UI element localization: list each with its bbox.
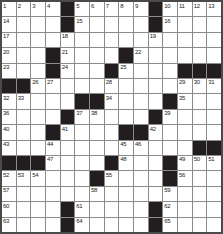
cell[interactable]: [207, 218, 221, 232]
cell[interactable]: 4: [46, 2, 60, 16]
cell[interactable]: [134, 33, 148, 47]
cell[interactable]: 41: [61, 125, 75, 139]
cell[interactable]: 52: [2, 171, 16, 185]
clue-number: 1: [3, 3, 6, 9]
cell[interactable]: [207, 48, 221, 62]
cell[interactable]: 63: [2, 218, 16, 232]
black-square: [61, 110, 75, 124]
cell[interactable]: [207, 202, 221, 216]
cell[interactable]: [134, 171, 148, 185]
cell[interactable]: [31, 141, 45, 155]
cell[interactable]: [119, 33, 133, 47]
black-square: [178, 64, 192, 78]
clue-number: 47: [47, 156, 53, 162]
clue-number: 20: [3, 49, 9, 55]
cell[interactable]: [134, 79, 148, 93]
cell[interactable]: [134, 94, 148, 108]
cell[interactable]: [61, 187, 75, 201]
cell[interactable]: 36: [2, 110, 16, 124]
cell[interactable]: [178, 110, 192, 124]
clue-number: 48: [120, 156, 126, 162]
cell[interactable]: [90, 79, 104, 93]
cell[interactable]: [119, 17, 133, 31]
black-square: [149, 2, 163, 16]
black-square: [149, 110, 163, 124]
cell[interactable]: 34: [105, 94, 119, 108]
cell[interactable]: [31, 64, 45, 78]
cell[interactable]: [105, 48, 119, 62]
cell[interactable]: [105, 110, 119, 124]
cell[interactable]: [61, 171, 75, 185]
cell[interactable]: [134, 64, 148, 78]
clue-number: 7: [106, 3, 109, 9]
cell[interactable]: [17, 141, 31, 155]
black-square: [105, 156, 119, 170]
clue-number: 43: [3, 141, 9, 147]
cell[interactable]: [61, 156, 75, 170]
cell[interactable]: [163, 125, 177, 139]
cell[interactable]: [31, 187, 45, 201]
black-square: [46, 48, 60, 62]
crossword-grid: 1234567891011121314151617181920212223242…: [0, 0, 223, 234]
clue-number: 18: [62, 33, 68, 39]
cell[interactable]: [17, 64, 31, 78]
clue-number: 39: [164, 110, 170, 116]
cell[interactable]: [119, 171, 133, 185]
black-square: [193, 141, 207, 155]
cell[interactable]: 33: [17, 94, 31, 108]
cell[interactable]: [119, 110, 133, 124]
cell[interactable]: [105, 202, 119, 216]
black-square: [17, 156, 31, 170]
black-square: [31, 156, 45, 170]
cell[interactable]: 7: [105, 2, 119, 16]
cell[interactable]: [193, 125, 207, 139]
cell[interactable]: [163, 79, 177, 93]
clue-number: 46: [135, 141, 141, 147]
cell[interactable]: 47: [46, 156, 60, 170]
clue-number: 25: [120, 64, 126, 70]
cell[interactable]: [46, 94, 60, 108]
cell[interactable]: 8: [119, 2, 133, 16]
cell[interactable]: 38: [90, 110, 104, 124]
clue-number: 36: [3, 110, 9, 116]
clue-number: 28: [106, 79, 112, 85]
clue-number: 22: [135, 49, 141, 55]
black-square: [207, 141, 221, 155]
cell[interactable]: [163, 141, 177, 155]
clue-number: 61: [76, 203, 82, 209]
clue-number: 62: [164, 203, 170, 209]
cell[interactable]: 54: [31, 171, 45, 185]
cell[interactable]: 46: [134, 141, 148, 155]
cell[interactable]: [46, 218, 60, 232]
clue-number: 6: [91, 3, 94, 9]
cell[interactable]: 56: [178, 171, 192, 185]
cell[interactable]: [17, 187, 31, 201]
cell[interactable]: 23: [2, 64, 16, 78]
cell[interactable]: [163, 48, 177, 62]
cell[interactable]: [193, 171, 207, 185]
cell[interactable]: [17, 218, 31, 232]
cell[interactable]: [31, 110, 45, 124]
cell[interactable]: [178, 33, 192, 47]
clue-number: 53: [18, 172, 24, 178]
cell[interactable]: [193, 17, 207, 31]
cell[interactable]: 12: [193, 2, 207, 16]
cell[interactable]: [119, 94, 133, 108]
cell[interactable]: 40: [2, 125, 16, 139]
black-square: [90, 94, 104, 108]
cell[interactable]: [46, 202, 60, 216]
cell[interactable]: 58: [90, 187, 104, 201]
cell[interactable]: [105, 141, 119, 155]
cell[interactable]: 17: [2, 33, 16, 47]
cell[interactable]: [61, 94, 75, 108]
cell[interactable]: [119, 202, 133, 216]
cell[interactable]: 49: [178, 156, 192, 170]
cell[interactable]: [207, 171, 221, 185]
cell[interactable]: [90, 17, 104, 31]
cell[interactable]: [31, 218, 45, 232]
cell[interactable]: [31, 33, 45, 47]
cell[interactable]: [178, 202, 192, 216]
black-square: [2, 79, 16, 93]
clue-number: 29: [179, 79, 185, 85]
clue-number: 31: [208, 79, 214, 85]
cell[interactable]: 61: [75, 202, 89, 216]
cell[interactable]: 42: [149, 125, 163, 139]
clue-number: 64: [76, 218, 82, 224]
clue-number: 12: [194, 3, 200, 9]
clue-number: 30: [194, 79, 200, 85]
cell[interactable]: 62: [163, 202, 177, 216]
cell[interactable]: [31, 48, 45, 62]
clue-number: 37: [76, 110, 82, 116]
cell[interactable]: [134, 187, 148, 201]
black-square: [163, 171, 177, 185]
cell[interactable]: 35: [178, 94, 192, 108]
clue-number: 40: [3, 126, 9, 132]
cell[interactable]: [61, 141, 75, 155]
cell[interactable]: [17, 33, 31, 47]
black-square: [75, 94, 89, 108]
cell[interactable]: [207, 125, 221, 139]
cell[interactable]: [134, 156, 148, 170]
cell[interactable]: [149, 94, 163, 108]
cell[interactable]: [178, 187, 192, 201]
cell[interactable]: [149, 79, 163, 93]
cell[interactable]: [90, 33, 104, 47]
cell[interactable]: 43: [2, 141, 16, 155]
clue-number: 13: [208, 3, 214, 9]
cell[interactable]: 2: [17, 2, 31, 16]
cell[interactable]: 10: [163, 2, 177, 16]
cell[interactable]: [75, 187, 89, 201]
cell[interactable]: 57: [2, 187, 16, 201]
cell[interactable]: [207, 110, 221, 124]
cell[interactable]: [193, 202, 207, 216]
cell[interactable]: 59: [163, 187, 177, 201]
black-square: [163, 156, 177, 170]
cell[interactable]: [163, 33, 177, 47]
black-square: [61, 17, 75, 31]
clue-number: 59: [164, 187, 170, 193]
cell[interactable]: 1: [2, 2, 16, 16]
cell[interactable]: [90, 48, 104, 62]
clue-number: 4: [47, 3, 50, 9]
clue-number: 54: [32, 172, 38, 178]
black-square: [46, 125, 60, 139]
cell[interactable]: [119, 187, 133, 201]
cell[interactable]: 51: [207, 156, 221, 170]
clue-number: 27: [47, 79, 53, 85]
cell[interactable]: 27: [46, 79, 60, 93]
clue-number: 23: [3, 64, 9, 70]
cell[interactable]: 15: [75, 17, 89, 31]
clue-number: 19: [150, 33, 156, 39]
black-square: [119, 48, 133, 62]
clue-number: 5: [76, 3, 79, 9]
clue-number: 42: [150, 126, 156, 132]
clue-number: 63: [3, 218, 9, 224]
cell[interactable]: 45: [119, 141, 133, 155]
cell[interactable]: [75, 64, 89, 78]
cell[interactable]: 55: [105, 171, 119, 185]
cell[interactable]: [31, 125, 45, 139]
clue-number: 3: [32, 3, 35, 9]
cell[interactable]: [193, 187, 207, 201]
cell[interactable]: [119, 79, 133, 93]
black-square: [134, 125, 148, 139]
cell[interactable]: [134, 110, 148, 124]
cell[interactable]: [17, 17, 31, 31]
cell[interactable]: [90, 64, 104, 78]
cell[interactable]: [105, 187, 119, 201]
cell[interactable]: [17, 202, 31, 216]
cell[interactable]: 20: [2, 48, 16, 62]
black-square: [61, 218, 75, 232]
cell[interactable]: 30: [193, 79, 207, 93]
cell[interactable]: [46, 187, 60, 201]
cell[interactable]: 26: [31, 79, 45, 93]
cell[interactable]: 39: [163, 110, 177, 124]
cell[interactable]: [149, 48, 163, 62]
cell[interactable]: 28: [105, 79, 119, 93]
clue-number: 52: [3, 172, 9, 178]
cell[interactable]: [17, 125, 31, 139]
black-square: [163, 94, 177, 108]
clue-number: 15: [76, 18, 82, 24]
clue-number: 41: [62, 126, 68, 132]
black-square: [2, 156, 16, 170]
cell[interactable]: [193, 33, 207, 47]
clue-number: 38: [91, 110, 97, 116]
clue-number: 16: [164, 18, 170, 24]
cell[interactable]: 18: [61, 33, 75, 47]
cell[interactable]: [17, 48, 31, 62]
cell[interactable]: 3: [31, 2, 45, 16]
cell[interactable]: [90, 156, 104, 170]
cell[interactable]: [178, 218, 192, 232]
cell[interactable]: [149, 64, 163, 78]
cell[interactable]: [193, 218, 207, 232]
cell[interactable]: [105, 218, 119, 232]
cell[interactable]: 60: [2, 202, 16, 216]
cell[interactable]: [207, 94, 221, 108]
cell[interactable]: [207, 33, 221, 47]
black-square: [193, 64, 207, 78]
black-square: [61, 2, 75, 16]
clue-number: 10: [164, 3, 170, 9]
clue-number: 17: [3, 33, 9, 39]
cell[interactable]: 14: [2, 17, 16, 31]
black-square: [207, 64, 221, 78]
cell[interactable]: 19: [149, 33, 163, 47]
cell[interactable]: [119, 218, 133, 232]
cell[interactable]: 50: [193, 156, 207, 170]
cell[interactable]: [105, 33, 119, 47]
cell[interactable]: [134, 218, 148, 232]
cell[interactable]: [105, 125, 119, 139]
cell[interactable]: [207, 187, 221, 201]
cell[interactable]: [75, 48, 89, 62]
cell[interactable]: [75, 171, 89, 185]
cell[interactable]: [46, 110, 60, 124]
cell[interactable]: 65: [163, 218, 177, 232]
cell[interactable]: [46, 171, 60, 185]
cell[interactable]: [149, 156, 163, 170]
cell[interactable]: 13: [207, 2, 221, 16]
clue-number: 58: [91, 187, 97, 193]
cell[interactable]: [46, 33, 60, 47]
cell[interactable]: [178, 141, 192, 155]
clue-number: 65: [164, 218, 170, 224]
cell[interactable]: 32: [2, 94, 16, 108]
cell[interactable]: [75, 156, 89, 170]
cell[interactable]: 16: [163, 17, 177, 31]
cell[interactable]: [193, 110, 207, 124]
clue-number: 49: [179, 156, 185, 162]
clue-number: 50: [194, 156, 200, 162]
cell[interactable]: 53: [17, 171, 31, 185]
cell[interactable]: 21: [61, 48, 75, 62]
black-square: [17, 79, 31, 93]
clue-number: 11: [179, 3, 185, 9]
cell[interactable]: [134, 17, 148, 31]
cell[interactable]: 5: [75, 2, 89, 16]
cell[interactable]: [193, 48, 207, 62]
cell[interactable]: [75, 125, 89, 139]
black-square: [149, 17, 163, 31]
black-square: [46, 64, 60, 78]
black-square: [61, 202, 75, 216]
cell[interactable]: 37: [75, 110, 89, 124]
cell[interactable]: [75, 141, 89, 155]
cell[interactable]: [90, 125, 104, 139]
cell[interactable]: [61, 79, 75, 93]
clue-number: 21: [62, 49, 68, 55]
cell[interactable]: 25: [119, 64, 133, 78]
clue-number: 8: [120, 3, 123, 9]
cell[interactable]: [134, 202, 148, 216]
cell[interactable]: 31: [207, 79, 221, 93]
clue-number: 56: [179, 172, 185, 178]
cell[interactable]: 44: [46, 141, 60, 155]
cell[interactable]: [163, 64, 177, 78]
cell[interactable]: [17, 110, 31, 124]
clue-number: 24: [62, 64, 68, 70]
clue-number: 34: [106, 95, 112, 101]
cell[interactable]: [149, 171, 163, 185]
clue-number: 55: [106, 172, 112, 178]
cell[interactable]: [105, 17, 119, 31]
clue-number: 9: [135, 3, 138, 9]
cell[interactable]: [90, 141, 104, 155]
cell[interactable]: [31, 17, 45, 31]
clue-number: 32: [3, 95, 9, 101]
cell[interactable]: [31, 94, 45, 108]
cell[interactable]: [46, 17, 60, 31]
clue-number: 57: [3, 187, 9, 193]
cell[interactable]: [178, 48, 192, 62]
clue-number: 60: [3, 203, 9, 209]
clue-number: 33: [18, 95, 24, 101]
clue-number: 26: [32, 79, 38, 85]
black-square: [90, 171, 104, 185]
black-square: [105, 64, 119, 78]
cell[interactable]: [31, 202, 45, 216]
clue-number: 51: [208, 156, 214, 162]
clue-number: 35: [179, 95, 185, 101]
clue-number: 14: [3, 18, 9, 24]
cell[interactable]: [178, 17, 192, 31]
clue-number: 44: [47, 141, 53, 147]
cell[interactable]: [90, 202, 104, 216]
cell[interactable]: [178, 125, 192, 139]
cell[interactable]: 9: [134, 2, 148, 16]
black-square: [149, 202, 163, 216]
cell[interactable]: 22: [134, 48, 148, 62]
clue-number: 45: [120, 141, 126, 147]
clue-number: 2: [18, 3, 21, 9]
cell[interactable]: 24: [61, 64, 75, 78]
crossword-puzzle: 1234567891011121314151617181920212223242…: [0, 0, 223, 234]
cell[interactable]: [207, 17, 221, 31]
cell[interactable]: 11: [178, 2, 192, 16]
cell[interactable]: 29: [178, 79, 192, 93]
cell[interactable]: 48: [119, 156, 133, 170]
cell[interactable]: [90, 218, 104, 232]
cell[interactable]: [75, 79, 89, 93]
cell[interactable]: [75, 33, 89, 47]
cell[interactable]: 6: [90, 2, 104, 16]
cell[interactable]: [149, 187, 163, 201]
cell[interactable]: [193, 94, 207, 108]
cell[interactable]: 64: [75, 218, 89, 232]
cell[interactable]: [149, 141, 163, 155]
black-square: [149, 218, 163, 232]
black-square: [119, 125, 133, 139]
